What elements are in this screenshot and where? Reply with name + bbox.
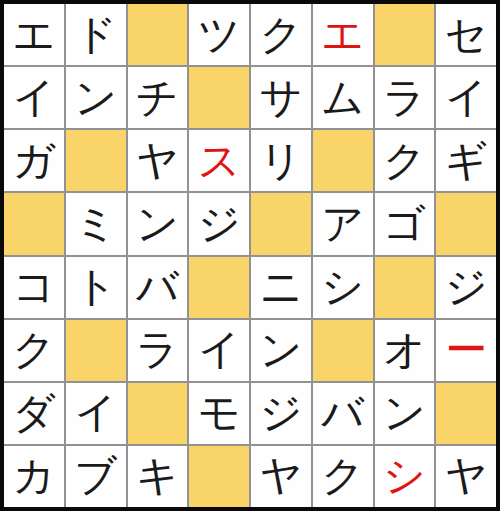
cell-r1c5[interactable]: ク: [251, 4, 311, 65]
cell-r6c4[interactable]: イ: [189, 320, 249, 381]
blocked-cell-r5c7: [375, 257, 435, 318]
blocked-cell-r6c2: [66, 320, 126, 381]
cell-r7c1[interactable]: ダ: [4, 383, 64, 444]
blocked-cell-r6c6: [313, 320, 373, 381]
cell-r3c5[interactable]: リ: [251, 130, 311, 191]
cell-r3c3[interactable]: ヤ: [128, 130, 188, 191]
cell-r8c1[interactable]: カ: [4, 446, 64, 507]
cell-r1c1[interactable]: エ: [4, 4, 64, 65]
cell-r1c8[interactable]: セ: [436, 4, 496, 65]
cell-r4c6[interactable]: ア: [313, 193, 373, 254]
cell-r7c4[interactable]: モ: [189, 383, 249, 444]
cell-r4c3[interactable]: ン: [128, 193, 188, 254]
cell-r6c8[interactable]: ー: [436, 320, 496, 381]
cell-r6c3[interactable]: ラ: [128, 320, 188, 381]
blocked-cell-r1c3: [128, 4, 188, 65]
cell-r5c1[interactable]: コ: [4, 257, 64, 318]
cell-r8c8[interactable]: ヤ: [436, 446, 496, 507]
cell-r1c6[interactable]: エ: [313, 4, 373, 65]
cell-r4c4[interactable]: ジ: [189, 193, 249, 254]
cell-r5c6[interactable]: シ: [313, 257, 373, 318]
blocked-cell-r8c4: [189, 446, 249, 507]
cell-r5c3[interactable]: バ: [128, 257, 188, 318]
crossword-board: エドツクエセインチサムライガヤスリクギミンジアゴコトバニシジクラインオーダイモジ…: [0, 0, 500, 511]
blocked-cell-r4c1: [4, 193, 64, 254]
cell-r4c2[interactable]: ミ: [66, 193, 126, 254]
cell-r2c6[interactable]: ム: [313, 67, 373, 128]
cell-r8c2[interactable]: ブ: [66, 446, 126, 507]
blocked-cell-r3c2: [66, 130, 126, 191]
cell-r6c5[interactable]: ン: [251, 320, 311, 381]
blocked-cell-r2c4: [189, 67, 249, 128]
cell-r8c3[interactable]: キ: [128, 446, 188, 507]
cell-r7c6[interactable]: バ: [313, 383, 373, 444]
cell-r8c5[interactable]: ヤ: [251, 446, 311, 507]
cell-r2c3[interactable]: チ: [128, 67, 188, 128]
cell-r5c8[interactable]: ジ: [436, 257, 496, 318]
cell-r2c2[interactable]: ン: [66, 67, 126, 128]
blocked-cell-r3c6: [313, 130, 373, 191]
cell-r8c6[interactable]: ク: [313, 446, 373, 507]
cell-r7c5[interactable]: ジ: [251, 383, 311, 444]
cell-r6c1[interactable]: ク: [4, 320, 64, 381]
cell-r5c5[interactable]: ニ: [251, 257, 311, 318]
blocked-cell-r5c4: [189, 257, 249, 318]
cell-r5c2[interactable]: ト: [66, 257, 126, 318]
blocked-cell-r4c8: [436, 193, 496, 254]
cell-r3c1[interactable]: ガ: [4, 130, 64, 191]
cell-r3c7[interactable]: ク: [375, 130, 435, 191]
cell-r6c7[interactable]: オ: [375, 320, 435, 381]
blocked-cell-r4c5: [251, 193, 311, 254]
cell-r7c2[interactable]: イ: [66, 383, 126, 444]
cell-r2c7[interactable]: ラ: [375, 67, 435, 128]
cell-r1c4[interactable]: ツ: [189, 4, 249, 65]
cell-r7c7[interactable]: ン: [375, 383, 435, 444]
blocked-cell-r1c7: [375, 4, 435, 65]
cell-r3c8[interactable]: ギ: [436, 130, 496, 191]
cell-r2c8[interactable]: イ: [436, 67, 496, 128]
blocked-cell-r7c3: [128, 383, 188, 444]
cell-r3c4[interactable]: ス: [189, 130, 249, 191]
cell-r2c5[interactable]: サ: [251, 67, 311, 128]
blocked-cell-r7c8: [436, 383, 496, 444]
cell-r4c7[interactable]: ゴ: [375, 193, 435, 254]
cell-r1c2[interactable]: ド: [66, 4, 126, 65]
cell-r2c1[interactable]: イ: [4, 67, 64, 128]
cell-r8c7[interactable]: シ: [375, 446, 435, 507]
